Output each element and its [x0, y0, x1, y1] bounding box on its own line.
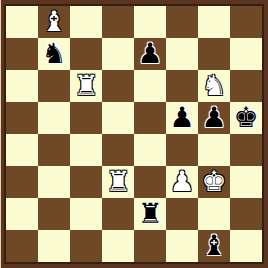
square-a6[interactable]: [6, 70, 38, 102]
square-f7[interactable]: [166, 38, 198, 70]
white-rook-piece: ♜: [73, 70, 98, 102]
square-f5[interactable]: ♟: [166, 102, 198, 134]
black-pawn-piece: ♟: [137, 38, 162, 70]
square-c2[interactable]: [70, 198, 102, 230]
white-bishop-piece: ♝: [41, 6, 66, 38]
square-b1[interactable]: [38, 230, 70, 262]
black-pawn-piece: ♟: [201, 102, 226, 134]
square-g1[interactable]: ♝: [198, 230, 230, 262]
square-a1[interactable]: [6, 230, 38, 262]
square-f8[interactable]: [166, 6, 198, 38]
square-c1[interactable]: [70, 230, 102, 262]
square-e8[interactable]: [134, 6, 166, 38]
square-e3[interactable]: [134, 166, 166, 198]
square-e4[interactable]: [134, 134, 166, 166]
square-c4[interactable]: [70, 134, 102, 166]
square-f6[interactable]: [166, 70, 198, 102]
square-h1[interactable]: [230, 230, 262, 262]
square-g8[interactable]: [198, 6, 230, 38]
square-f2[interactable]: [166, 198, 198, 230]
black-pawn-piece: ♟: [169, 102, 194, 134]
square-h6[interactable]: [230, 70, 262, 102]
square-e2[interactable]: ♜: [134, 198, 166, 230]
square-d5[interactable]: [102, 102, 134, 134]
chess-board: ♝♞♟♜♞♟♟♚♜♟♚♜♝: [6, 6, 262, 262]
square-f4[interactable]: [166, 134, 198, 166]
square-d8[interactable]: [102, 6, 134, 38]
white-rook-piece: ♜: [105, 166, 130, 198]
square-g6[interactable]: ♞: [198, 70, 230, 102]
black-bishop-piece: ♝: [201, 230, 226, 262]
white-king-piece: ♚: [201, 166, 226, 198]
square-b5[interactable]: [38, 102, 70, 134]
square-a4[interactable]: [6, 134, 38, 166]
square-h3[interactable]: [230, 166, 262, 198]
square-h8[interactable]: [230, 6, 262, 38]
square-d7[interactable]: [102, 38, 134, 70]
square-b8[interactable]: ♝: [38, 6, 70, 38]
square-d2[interactable]: [102, 198, 134, 230]
square-c8[interactable]: [70, 6, 102, 38]
square-h7[interactable]: [230, 38, 262, 70]
square-g7[interactable]: [198, 38, 230, 70]
square-b4[interactable]: [38, 134, 70, 166]
square-f1[interactable]: [166, 230, 198, 262]
square-c6[interactable]: ♜: [70, 70, 102, 102]
square-h2[interactable]: [230, 198, 262, 230]
square-e1[interactable]: [134, 230, 166, 262]
white-pawn-piece: ♟: [169, 166, 194, 198]
black-king-piece: ♚: [233, 102, 258, 134]
square-a7[interactable]: [6, 38, 38, 70]
square-d6[interactable]: [102, 70, 134, 102]
black-rook-piece: ♜: [137, 198, 162, 230]
square-f3[interactable]: ♟: [166, 166, 198, 198]
square-e6[interactable]: [134, 70, 166, 102]
square-b3[interactable]: [38, 166, 70, 198]
square-d4[interactable]: [102, 134, 134, 166]
square-b6[interactable]: [38, 70, 70, 102]
square-g5[interactable]: ♟: [198, 102, 230, 134]
square-e5[interactable]: [134, 102, 166, 134]
board-border: ♝♞♟♜♞♟♟♚♜♟♚♜♝: [4, 4, 264, 264]
square-a2[interactable]: [6, 198, 38, 230]
board-frame: ♝♞♟♜♞♟♟♚♜♟♚♜♝: [0, 0, 268, 268]
square-g3[interactable]: ♚: [198, 166, 230, 198]
square-b2[interactable]: [38, 198, 70, 230]
square-d1[interactable]: [102, 230, 134, 262]
square-c5[interactable]: [70, 102, 102, 134]
square-b7[interactable]: ♞: [38, 38, 70, 70]
square-g4[interactable]: [198, 134, 230, 166]
square-e7[interactable]: ♟: [134, 38, 166, 70]
square-a3[interactable]: [6, 166, 38, 198]
square-c7[interactable]: [70, 38, 102, 70]
white-knight-piece: ♞: [201, 70, 226, 102]
square-d3[interactable]: ♜: [102, 166, 134, 198]
square-g2[interactable]: [198, 198, 230, 230]
square-h5[interactable]: ♚: [230, 102, 262, 134]
square-h4[interactable]: [230, 134, 262, 166]
black-knight-piece: ♞: [41, 38, 66, 70]
square-a5[interactable]: [6, 102, 38, 134]
square-a8[interactable]: [6, 6, 38, 38]
square-c3[interactable]: [70, 166, 102, 198]
